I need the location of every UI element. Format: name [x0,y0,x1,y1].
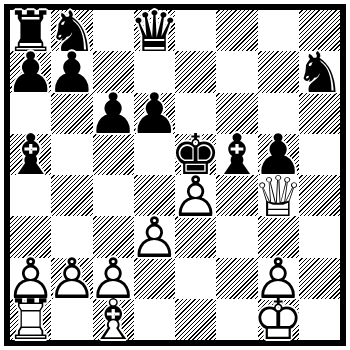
white-pawn-piece[interactable]: ♙ [258,259,299,300]
square-d3[interactable]: ♟♙ [134,216,175,257]
black-pawn-piece[interactable]: ♟ [134,94,175,135]
square-f6[interactable] [216,93,257,134]
square-f1[interactable] [216,299,257,340]
square-e7[interactable] [175,51,216,92]
white-pawn-piece[interactable]: ♙ [175,176,216,217]
square-b4[interactable] [51,175,92,216]
square-c4[interactable] [93,175,134,216]
square-b6[interactable] [51,93,92,134]
white-queen-piece-fill: ♛ [258,176,299,217]
square-c7[interactable] [93,51,134,92]
square-e6[interactable] [175,93,216,134]
square-d8[interactable]: ♛ [134,10,175,51]
white-pawn-piece-fill: ♟ [175,176,216,217]
square-e5[interactable]: ♚ [175,134,216,175]
black-pawn-piece[interactable]: ♟ [10,52,51,93]
square-b2[interactable]: ♟♙ [51,258,92,299]
white-king-piece[interactable]: ♔ [258,300,299,341]
square-d2[interactable] [134,258,175,299]
white-bishop-piece[interactable]: ♗ [93,300,134,341]
square-e8[interactable] [175,10,216,51]
square-a3[interactable] [10,216,51,257]
square-c2[interactable]: ♟♙ [93,258,134,299]
square-h4[interactable] [299,175,340,216]
square-h3[interactable] [299,216,340,257]
square-h7[interactable]: ♞ [299,51,340,92]
square-f3[interactable] [216,216,257,257]
square-c5[interactable] [93,134,134,175]
square-e4[interactable]: ♟♙ [175,175,216,216]
white-pawn-piece-fill: ♟ [10,259,51,300]
square-g5[interactable]: ♟ [258,134,299,175]
square-a4[interactable] [10,175,51,216]
white-king-piece-fill: ♚ [258,300,299,341]
square-g6[interactable] [258,93,299,134]
square-a1[interactable]: ♜♖ [10,299,51,340]
square-d5[interactable] [134,134,175,175]
chess-board: ♜♞♛♟♟♞♟♟♝♚♝♟♟♙♛♕♟♙♟♙♟♙♟♙♟♙♜♖♝♗♚♔ [10,10,340,340]
white-pawn-piece[interactable]: ♙ [93,259,134,300]
white-queen-piece[interactable]: ♕ [258,176,299,217]
white-rook-piece[interactable]: ♖ [10,300,51,341]
square-h5[interactable] [299,134,340,175]
square-f8[interactable] [216,10,257,51]
square-a8[interactable]: ♜ [10,10,51,51]
square-g4[interactable]: ♛♕ [258,175,299,216]
chess-board-frame: ♜♞♛♟♟♞♟♟♝♚♝♟♟♙♛♕♟♙♟♙♟♙♟♙♟♙♜♖♝♗♚♔ [4,4,346,346]
black-bishop-piece[interactable]: ♝ [216,135,257,176]
square-a5[interactable]: ♝ [10,134,51,175]
square-g8[interactable] [258,10,299,51]
square-b8[interactable]: ♞ [51,10,92,51]
black-king-piece[interactable]: ♚ [175,135,216,176]
white-pawn-piece[interactable]: ♙ [51,259,92,300]
square-f2[interactable] [216,258,257,299]
black-pawn-piece[interactable]: ♟ [51,52,92,93]
square-h8[interactable] [299,10,340,51]
square-c3[interactable] [93,216,134,257]
square-g7[interactable] [258,51,299,92]
white-bishop-piece-fill: ♝ [93,300,134,341]
black-knight-piece[interactable]: ♞ [51,11,92,52]
square-e2[interactable] [175,258,216,299]
square-h6[interactable] [299,93,340,134]
square-b3[interactable] [51,216,92,257]
square-b1[interactable] [51,299,92,340]
square-c1[interactable]: ♝♗ [93,299,134,340]
black-queen-piece[interactable]: ♛ [134,11,175,52]
white-pawn-piece-fill: ♟ [93,259,134,300]
square-a7[interactable]: ♟ [10,51,51,92]
white-pawn-piece-fill: ♟ [51,259,92,300]
square-h2[interactable] [299,258,340,299]
square-c6[interactable]: ♟ [93,93,134,134]
black-rook-piece[interactable]: ♜ [10,11,51,52]
square-d6[interactable]: ♟ [134,93,175,134]
black-pawn-piece[interactable]: ♟ [93,94,134,135]
square-g1[interactable]: ♚♔ [258,299,299,340]
white-pawn-piece[interactable]: ♙ [10,259,51,300]
black-pawn-piece[interactable]: ♟ [258,135,299,176]
square-b5[interactable] [51,134,92,175]
square-d4[interactable] [134,175,175,216]
black-bishop-piece[interactable]: ♝ [10,135,51,176]
square-f5[interactable]: ♝ [216,134,257,175]
black-knight-piece[interactable]: ♞ [299,52,340,93]
square-a2[interactable]: ♟♙ [10,258,51,299]
square-g3[interactable] [258,216,299,257]
square-e1[interactable] [175,299,216,340]
square-d1[interactable] [134,299,175,340]
white-pawn-piece[interactable]: ♙ [134,217,175,258]
square-f4[interactable] [216,175,257,216]
square-c8[interactable] [93,10,134,51]
white-pawn-piece-fill: ♟ [258,259,299,300]
white-rook-piece-fill: ♜ [10,300,51,341]
square-g2[interactable]: ♟♙ [258,258,299,299]
square-d7[interactable] [134,51,175,92]
square-a6[interactable] [10,93,51,134]
square-f7[interactable] [216,51,257,92]
square-b7[interactable]: ♟ [51,51,92,92]
white-pawn-piece-fill: ♟ [134,217,175,258]
square-h1[interactable] [299,299,340,340]
square-e3[interactable] [175,216,216,257]
